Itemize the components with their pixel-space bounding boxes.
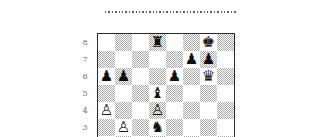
square-c8: [132, 34, 149, 51]
page: 876543 ♜♚♟♟♟♟♟♛♝♙♙♙♞: [0, 0, 320, 137]
rank-label-8: 8: [78, 34, 92, 51]
square-h3: [217, 119, 234, 136]
square-h2: [217, 136, 234, 137]
white-pawn: ♙: [117, 119, 130, 136]
rank-label-4: 4: [78, 102, 92, 119]
square-a7: [98, 51, 115, 68]
dotted-divider-line: [105, 11, 237, 13]
square-d7: [149, 51, 166, 68]
square-b4: [115, 102, 132, 119]
square-g7: ♟: [200, 51, 217, 68]
black-queen: ♛: [202, 68, 215, 85]
rank-label-5: 5: [78, 85, 92, 102]
white-pawn: ♙: [151, 102, 164, 119]
square-e7: [166, 51, 183, 68]
square-b3: ♙: [115, 119, 132, 136]
square-c3: [132, 119, 149, 136]
square-d6: [149, 68, 166, 85]
square-b6: ♟: [115, 68, 132, 85]
square-g2: [200, 136, 217, 137]
square-b7: [115, 51, 132, 68]
rank-label-7: 7: [78, 51, 92, 68]
black-rook: ♜: [151, 34, 164, 51]
black-pawn: ♟: [202, 51, 215, 68]
square-g8: ♚: [200, 34, 217, 51]
rank-labels-column: 876543: [78, 34, 92, 136]
square-b5: [115, 85, 132, 102]
square-g3: [200, 119, 217, 136]
square-g4: [200, 102, 217, 119]
square-b2: [115, 136, 132, 137]
square-a5: [98, 85, 115, 102]
rank-label-3: 3: [78, 119, 92, 136]
square-e3: [166, 119, 183, 136]
square-e5: [166, 85, 183, 102]
square-d8: ♜: [149, 34, 166, 51]
square-c5: [132, 85, 149, 102]
square-c2: [132, 136, 149, 137]
square-f3: [183, 119, 200, 136]
chess-board: ♜♚♟♟♟♟♟♛♝♙♙♙♞: [97, 33, 235, 137]
square-f6: [183, 68, 200, 85]
white-pawn: ♙: [100, 102, 113, 119]
square-a6: ♟: [98, 68, 115, 85]
black-knight: ♞: [151, 119, 164, 136]
rank-label-6: 6: [78, 68, 92, 85]
square-a2: [98, 136, 115, 137]
black-pawn: ♟: [168, 68, 181, 85]
square-g5: [200, 85, 217, 102]
square-h7: [217, 51, 234, 68]
square-f2: [183, 136, 200, 137]
square-f5: [183, 85, 200, 102]
square-h5: [217, 85, 234, 102]
square-b8: [115, 34, 132, 51]
square-h6: [217, 68, 234, 85]
square-c6: [132, 68, 149, 85]
square-f8: [183, 34, 200, 51]
square-d2: [149, 136, 166, 137]
square-d4: ♙: [149, 102, 166, 119]
square-h4: [217, 102, 234, 119]
square-h8: [217, 34, 234, 51]
square-d3: ♞: [149, 119, 166, 136]
square-e4: [166, 102, 183, 119]
black-pawn: ♟: [100, 68, 113, 85]
black-pawn: ♟: [185, 51, 198, 68]
square-g6: ♛: [200, 68, 217, 85]
square-e2: [166, 136, 183, 137]
square-f7: ♟: [183, 51, 200, 68]
square-a3: [98, 119, 115, 136]
square-c4: [132, 102, 149, 119]
square-a4: ♙: [98, 102, 115, 119]
square-e8: [166, 34, 183, 51]
square-c7: [132, 51, 149, 68]
black-bishop: ♝: [151, 85, 164, 102]
square-a8: [98, 34, 115, 51]
square-f4: [183, 102, 200, 119]
black-pawn: ♟: [117, 68, 130, 85]
black-king: ♚: [202, 34, 215, 51]
square-e6: ♟: [166, 68, 183, 85]
square-d5: ♝: [149, 85, 166, 102]
